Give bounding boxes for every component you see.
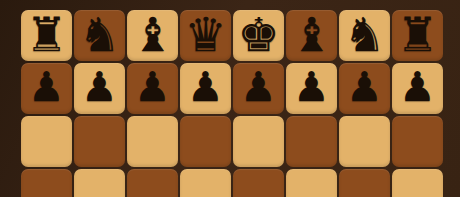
square-h8[interactable]: ♜ xyxy=(392,10,443,61)
square-e8[interactable]: ♚ xyxy=(233,10,284,61)
square-c8[interactable]: ♝ xyxy=(127,10,178,61)
black-knight-icon[interactable]: ♞ xyxy=(78,11,120,58)
square-g7[interactable]: ♟ xyxy=(339,63,390,114)
square-e6[interactable] xyxy=(233,116,284,167)
square-a6[interactable] xyxy=(21,116,72,167)
square-b7[interactable]: ♟ xyxy=(74,63,125,114)
square-g8[interactable]: ♞ xyxy=(339,10,390,61)
square-g6[interactable] xyxy=(339,116,390,167)
black-pawn-icon[interactable]: ♟ xyxy=(134,67,171,108)
square-h7[interactable]: ♟ xyxy=(392,63,443,114)
square-c7[interactable]: ♟ xyxy=(127,63,178,114)
square-a5[interactable] xyxy=(21,169,72,197)
black-bishop-icon[interactable]: ♝ xyxy=(131,11,173,58)
black-queen-icon[interactable]: ♛ xyxy=(184,11,226,58)
square-h6[interactable] xyxy=(392,116,443,167)
square-f7[interactable]: ♟ xyxy=(286,63,337,114)
square-e5[interactable] xyxy=(233,169,284,197)
square-e7[interactable]: ♟ xyxy=(233,63,284,114)
square-c5[interactable] xyxy=(127,169,178,197)
square-d8[interactable]: ♛ xyxy=(180,10,231,61)
square-c6[interactable] xyxy=(127,116,178,167)
black-pawn-icon[interactable]: ♟ xyxy=(346,67,383,108)
chess-board: ♜♞♝♛♚♝♞♜♟♟♟♟♟♟♟♟ xyxy=(21,10,443,197)
square-b8[interactable]: ♞ xyxy=(74,10,125,61)
black-pawn-icon[interactable]: ♟ xyxy=(240,67,277,108)
square-a8[interactable]: ♜ xyxy=(21,10,72,61)
square-h5[interactable] xyxy=(392,169,443,197)
square-f5[interactable] xyxy=(286,169,337,197)
black-rook-icon[interactable]: ♜ xyxy=(25,11,67,58)
black-pawn-icon[interactable]: ♟ xyxy=(293,67,330,108)
black-knight-icon[interactable]: ♞ xyxy=(343,11,385,58)
square-f8[interactable]: ♝ xyxy=(286,10,337,61)
square-d6[interactable] xyxy=(180,116,231,167)
black-pawn-icon[interactable]: ♟ xyxy=(187,67,224,108)
black-pawn-icon[interactable]: ♟ xyxy=(399,67,436,108)
square-b5[interactable] xyxy=(74,169,125,197)
black-king-icon[interactable]: ♚ xyxy=(237,11,279,58)
square-f6[interactable] xyxy=(286,116,337,167)
square-a7[interactable]: ♟ xyxy=(21,63,72,114)
square-d5[interactable] xyxy=(180,169,231,197)
chess-app-viewport: ♜♞♝♛♚♝♞♜♟♟♟♟♟♟♟♟ xyxy=(0,0,460,197)
black-rook-icon[interactable]: ♜ xyxy=(396,11,438,58)
square-d7[interactable]: ♟ xyxy=(180,63,231,114)
black-pawn-icon[interactable]: ♟ xyxy=(28,67,65,108)
black-pawn-icon[interactable]: ♟ xyxy=(81,67,118,108)
black-bishop-icon[interactable]: ♝ xyxy=(290,11,332,58)
square-b6[interactable] xyxy=(74,116,125,167)
square-g5[interactable] xyxy=(339,169,390,197)
